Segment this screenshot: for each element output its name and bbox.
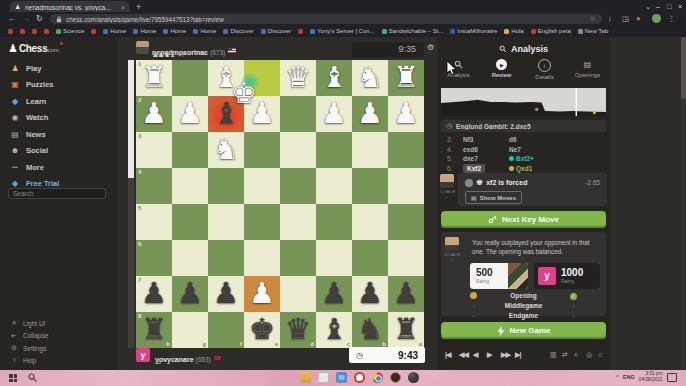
bookmark-label: Sandwichable – St... <box>389 28 444 34</box>
sidebar-item-social[interactable]: ☻Social <box>10 145 48 157</box>
social-icon: ☻ <box>10 146 20 155</box>
fast-back-button[interactable]: ◀◀ <box>459 351 468 359</box>
report-text: You really outplayed your opponent in th… <box>472 238 600 256</box>
black-phase-rating: - <box>554 312 594 319</box>
bookmark-item[interactable]: Home <box>103 28 126 34</box>
sidebar-footer-label: Light UI <box>23 320 45 327</box>
black-piece-h7: ♟ <box>136 276 172 311</box>
bottom-player-name[interactable]: yovycanare(653) <box>155 348 221 366</box>
maximize-button[interactable]: □ <box>667 2 672 11</box>
bookmark-item[interactable] <box>20 29 25 34</box>
bookmark-label: Science <box>63 28 84 34</box>
bookmark-item[interactable]: English peta <box>531 28 571 34</box>
info-icon: i <box>538 59 551 72</box>
sidebar-item-label: Learn <box>26 97 46 106</box>
black-phase-rating: ✓ <box>554 292 594 300</box>
square-a2[interactable]: ♟ <box>388 96 424 132</box>
tab-label: Details <box>523 74 566 80</box>
captured-piece-icon: ♝ <box>169 50 175 59</box>
bookmark-favicon <box>504 29 509 34</box>
white-phase-rating: - <box>454 302 494 309</box>
square-h3[interactable]: 3 <box>136 132 172 168</box>
square-b1[interactable]: ♞ <box>352 60 388 96</box>
square-g7[interactable]: ♟ <box>172 276 208 312</box>
white-move[interactable]: Kxf2 <box>463 164 509 173</box>
stats-icon[interactable]: ▥ <box>550 351 557 359</box>
coach-comment-card: ♚ xf2 is forced -2.65 ▤ Show Moves <box>458 173 607 206</box>
bookmark-item[interactable]: Home <box>193 28 216 34</box>
new-game-button[interactable]: New Game <box>441 322 606 339</box>
bookmark-favicon <box>8 29 13 34</box>
notification-badge <box>60 42 63 45</box>
square-a4[interactable] <box>388 168 424 204</box>
tab-label: Openings <box>566 72 609 78</box>
file-label: e <box>275 341 278 347</box>
tab-close-icon[interactable]: × <box>121 4 125 11</box>
move-row: 5.dxe7Bxf2+ <box>441 154 606 163</box>
go-start-button[interactable]: |◀ <box>445 351 450 359</box>
bottom-player-clock: ◷ 9:43 <box>349 347 425 363</box>
white-piece-b2: ♟ <box>352 96 388 131</box>
square-e6[interactable] <box>244 240 280 276</box>
white-piece-c1: ♝ <box>316 60 352 95</box>
scrollbar-thumb[interactable] <box>681 37 686 99</box>
square-a1[interactable]: ♜ <box>388 60 424 96</box>
white-king-piece: ♚ <box>226 76 262 111</box>
square-g5[interactable] <box>172 204 208 240</box>
play-icon: ▶ <box>496 59 507 70</box>
bookmark-item[interactable]: New Tab <box>578 28 608 34</box>
flip-board-icon[interactable]: ⇄ <box>562 351 568 359</box>
bookmark-item[interactable]: Yony's Server | Con... <box>310 28 375 34</box>
light-ui-icon: ☀ <box>10 319 18 327</box>
forward-button[interactable]: ▶ <box>487 351 491 359</box>
square-h7[interactable]: ♟7 <box>136 276 172 312</box>
sidebar-item-more[interactable]: •••More <box>10 161 44 173</box>
sidebar-item-watch[interactable]: ◉Watch <box>10 112 48 124</box>
square-a7[interactable]: ♟ <box>388 276 424 312</box>
bottom-player-avatar[interactable]: y <box>136 348 150 362</box>
close-button[interactable]: × <box>678 2 682 11</box>
rank-label: 1 <box>138 61 141 67</box>
kebab-menu-icon[interactable]: ⋮ <box>668 14 676 23</box>
square-a3[interactable] <box>388 132 424 168</box>
board-settings-gear-icon[interactable]: ⚙ <box>427 43 434 52</box>
phase-name: Opening <box>494 292 554 299</box>
magnifier-icon <box>499 45 507 53</box>
lightning-icon <box>497 326 505 336</box>
white-piece-a1: ♜ <box>388 60 424 95</box>
back-button[interactable]: ◀ <box>473 351 477 359</box>
bookmark-favicon <box>223 29 228 34</box>
bookmark-item[interactable] <box>44 29 49 34</box>
square-d6[interactable] <box>280 240 316 276</box>
sidebar-item-news[interactable]: ▤News <box>10 128 46 140</box>
move-number: 4. <box>441 146 463 153</box>
bookmark-item[interactable]: InstaMillionaire <box>450 28 497 34</box>
bookmark-label: Home <box>170 28 186 34</box>
flag-icon <box>228 48 236 53</box>
bookmark-favicon <box>133 29 138 34</box>
square-c3[interactable] <box>316 132 352 168</box>
bookmark-favicon <box>163 29 168 34</box>
logo-suffix: com <box>47 47 58 53</box>
rank-label: 2 <box>138 97 141 103</box>
square-g8[interactable]: g <box>172 312 208 348</box>
file-label: g <box>202 341 206 347</box>
bookmark-item[interactable]: Discover <box>261 28 291 34</box>
bookmark-label: Discover <box>268 28 291 34</box>
watch-icon: ◉ <box>10 113 20 122</box>
tab-label: Review <box>480 72 523 78</box>
bookmark-item[interactable]: Sandwichable – St... <box>382 28 444 34</box>
white-piece-f3: ♞ <box>208 132 244 167</box>
square-f8[interactable]: f <box>208 312 244 348</box>
sidebar-item-learn[interactable]: ◆Learn <box>10 95 46 107</box>
opening-book-icon: ◷ <box>446 122 452 130</box>
evaluation-graph[interactable] <box>441 88 606 116</box>
sidebar-item-label: News <box>26 130 46 139</box>
square-h4[interactable]: 4 <box>136 168 172 204</box>
evaluation-value: -2.65 <box>585 179 600 186</box>
square-a6[interactable] <box>388 240 424 276</box>
player-avatar: y <box>538 267 556 285</box>
notification-icon[interactable] <box>667 373 677 382</box>
evaluation-bar <box>128 60 134 348</box>
square-b2[interactable]: ♟ <box>352 96 388 132</box>
bookmark-item[interactable] <box>8 29 13 34</box>
minimize-button[interactable]: – <box>656 2 660 11</box>
square-g2[interactable]: ♟ <box>172 96 208 132</box>
black-move-text: Qxd1 <box>516 165 532 172</box>
move-number: 5. <box>441 155 463 162</box>
square-c5[interactable] <box>316 204 352 240</box>
start-button[interactable] <box>9 374 17 382</box>
sidebar-footer-settings[interactable]: ⚙Settings <box>10 343 47 353</box>
bookmark-item[interactable]: Home <box>133 28 156 34</box>
black-piece-g7: ♟ <box>172 276 208 311</box>
material-score: +7 <box>178 52 185 58</box>
tab-title: nenadmosorinac vs. yovyca... <box>25 4 118 11</box>
bookmark-favicon <box>193 29 198 34</box>
bookmark-label: Discover <box>230 28 253 34</box>
square-d3[interactable] <box>280 132 316 168</box>
tab-openings[interactable]: ▤Openings <box>566 59 609 78</box>
square-e5[interactable] <box>244 204 280 240</box>
white-piece-e7: ♟ <box>244 276 280 311</box>
sidebar-item-label: Watch <box>26 113 48 122</box>
bookmark-label: Home <box>200 28 216 34</box>
chess-board: ♜1♝♛♝♞♜♟2♟♝♟♟♟♟3♞456♟7♟♟♟♟♟♟♜8hgf♚e♛d♝c♞… <box>136 60 424 348</box>
tray-chevron-icon[interactable]: ^ <box>616 374 619 380</box>
new-tab-button[interactable]: + <box>136 2 141 12</box>
white-move-text: exd6 <box>463 146 478 153</box>
taskbar-search-icon[interactable] <box>28 373 37 382</box>
taskbar-app-file-explorer[interactable] <box>300 372 311 383</box>
black-piece-f7: ♟ <box>208 276 244 311</box>
bookmark-label: InstaMillionaire <box>457 28 497 34</box>
phase-name: Endgame <box>494 312 554 319</box>
square-c8[interactable]: ♝c <box>316 312 352 348</box>
system-tray[interactable]: ^ ENG 3:51 pm 04/08/2021 <box>616 371 677 383</box>
square-e7[interactable]: ♟ <box>244 276 280 312</box>
fast-forward-button[interactable]: ▶▶ <box>501 351 510 359</box>
coach-avatar[interactable]: COACH ⌄ <box>445 237 459 262</box>
white-piece-h2: ♟ <box>136 96 172 131</box>
square-f3[interactable]: ♞ <box>208 132 244 168</box>
sidebar-footer-label: Collapse <box>23 332 48 339</box>
square-h8[interactable]: ♜8h <box>136 312 172 348</box>
square-h1[interactable]: ♜1 <box>136 60 172 96</box>
next-key-move-button[interactable]: Next Key Move <box>441 211 606 228</box>
check-rating-icon: ✓ <box>570 293 577 300</box>
square-e8[interactable]: ♚e <box>244 312 280 348</box>
mouse-cursor <box>446 61 457 76</box>
play-icon: ♟ <box>10 64 20 73</box>
sidebar-footer-light-ui[interactable]: ☀Light UI <box>10 318 45 328</box>
black-player-rating-card: y 1000 Rating <box>534 263 600 289</box>
black-move[interactable]: Ne7 <box>509 146 521 153</box>
sidebar-footer-collapse[interactable]: ⇤Collapse <box>10 331 48 341</box>
square-c6[interactable] <box>316 240 352 276</box>
square-g6[interactable] <box>172 240 208 276</box>
square-g1[interactable] <box>172 60 208 96</box>
square-e3[interactable] <box>244 132 280 168</box>
screen: { "game": "chess", "position": { "fen": … <box>0 0 686 386</box>
sidebar-item-label: Play <box>26 64 41 73</box>
move-classification-icon <box>509 166 514 171</box>
taskbar-app-mail[interactable]: ✉ <box>336 372 347 383</box>
square-a8[interactable]: ♜a <box>388 312 424 348</box>
sidebar-item-free-trial[interactable]: ◆Free Trial <box>10 178 59 190</box>
sidebar-footer-help[interactable]: ?Help <box>10 356 36 366</box>
sidebar-item-label: Social <box>26 146 48 155</box>
help-icon: ? <box>10 357 18 364</box>
square-f5[interactable] <box>208 204 244 240</box>
share-icon[interactable]: < <box>574 351 578 358</box>
phase-row-endgame: -Endgame- <box>441 311 606 320</box>
square-g3[interactable] <box>172 132 208 168</box>
home-icon[interactable]: ⌂ <box>598 351 602 358</box>
square-h6[interactable]: 6 <box>136 240 172 276</box>
puzzles-icon: ▣ <box>10 80 20 89</box>
square-b4[interactable] <box>352 168 388 204</box>
sidebar-item-play[interactable]: ♟Play <box>10 62 41 74</box>
square-d8[interactable]: ♛d <box>280 312 316 348</box>
bookmark-favicon <box>310 29 315 34</box>
square-d1[interactable]: ♛ <box>280 60 316 96</box>
square-e4[interactable] <box>244 168 280 204</box>
white-move[interactable]: exd6 <box>463 146 509 153</box>
go-end-button[interactable]: ▶| <box>515 351 520 359</box>
square-c1[interactable]: ♝ <box>316 60 352 96</box>
opening-name-row[interactable]: ◷ Englund Gambit: 2.dxe5 <box>441 120 606 132</box>
bookmark-favicon <box>450 29 455 34</box>
move-row: 4.exd6Ne7 <box>441 145 606 154</box>
bookmark-favicon <box>56 29 61 34</box>
square-h5[interactable]: 5 <box>136 204 172 240</box>
rank-label: 5 <box>138 205 141 211</box>
phase-name: Middlegame <box>494 302 554 309</box>
logo-pawn-icon: ♟ <box>8 42 18 55</box>
taskbar-app-opera[interactable] <box>354 372 365 383</box>
move-row: 6.Kxf2Qxd1 <box>441 164 606 173</box>
bookmark-item[interactable]: Discover <box>223 28 253 34</box>
language-indicator[interactable]: ENG <box>623 374 635 380</box>
square-c4[interactable] <box>316 168 352 204</box>
forward-button[interactable]: → <box>22 14 30 23</box>
bookmark-favicon <box>298 29 303 34</box>
bookmark-favicon <box>44 29 49 34</box>
news-icon: ▤ <box>10 130 20 139</box>
opponent-avatar <box>508 263 528 289</box>
rank-label: 4 <box>138 169 141 175</box>
black-move[interactable]: Qxd1 <box>509 165 532 172</box>
rank-label: 6 <box>138 241 141 247</box>
move-number: 6. <box>441 165 463 172</box>
free-trial-icon: ◆ <box>10 179 20 188</box>
king-piece-icon: ♚ <box>476 178 483 187</box>
white-piece-b1: ♞ <box>352 60 388 95</box>
sidebar-item-puzzles[interactable]: ▣Puzzles <box>10 79 54 91</box>
bookmark-item[interactable]: Science <box>56 28 84 34</box>
move-row: 3.Nf3d6 <box>441 135 606 144</box>
white-piece-h1: ♜ <box>136 60 172 95</box>
extension-icon[interactable]: ◳ <box>622 14 629 23</box>
bookmark-item[interactable]: Home <box>163 28 186 34</box>
rank-label: 3 <box>138 133 141 139</box>
collapse-icon: ⇤ <box>10 332 18 340</box>
key-icon <box>488 215 497 224</box>
white-piece-g2: ♟ <box>172 96 208 131</box>
square-b6[interactable] <box>352 240 388 276</box>
black-piece-c7: ♟ <box>316 276 352 311</box>
square-h2[interactable]: ♟2 <box>136 96 172 132</box>
tab-analysis[interactable]: Analysis <box>437 59 480 78</box>
address-bar[interactable]: chess.com/analysis/game/live/79559447513… <box>50 14 602 24</box>
square-d7[interactable] <box>280 276 316 312</box>
bookmark-favicon <box>32 29 37 34</box>
show-moves-button[interactable]: ▤ Show Moves <box>465 191 522 204</box>
square-c7[interactable]: ♟ <box>316 276 352 312</box>
rank-label: 8 <box>138 313 141 319</box>
back-button[interactable]: ← <box>8 14 16 23</box>
chesscom-logo[interactable]: ♟ Chess com <box>8 42 63 55</box>
window-menu-icon[interactable]: ⌄ <box>645 2 651 11</box>
browser-profile-avatar[interactable] <box>652 14 661 23</box>
tab-details[interactable]: iDetails <box>523 59 566 80</box>
bookmark-favicon <box>531 29 536 34</box>
bookmark-label: Home <box>140 28 156 34</box>
square-d2[interactable] <box>280 96 316 132</box>
reload-button[interactable]: ↻ <box>36 14 43 23</box>
white-move-text: Kxf2 <box>463 164 485 173</box>
white-piece-a2: ♟ <box>388 96 424 131</box>
square-d4[interactable] <box>280 168 316 204</box>
top-player-clock: 9:35 <box>352 42 424 57</box>
coach-avatar[interactable]: COACH ⌄ <box>440 174 454 199</box>
animating-white-king: ♚ <box>226 76 262 112</box>
square-g4[interactable] <box>172 168 208 204</box>
file-label: h <box>166 341 170 347</box>
sidebar-item-label: More <box>26 163 44 172</box>
bookmark-star-icon[interactable]: ☆ <box>590 15 596 23</box>
bookmark-favicon <box>261 29 266 34</box>
top-player-avatar[interactable] <box>136 41 149 54</box>
bookmark-favicon <box>103 29 108 34</box>
rank-label: 7 <box>138 277 141 283</box>
square-b8[interactable]: ♞b <box>352 312 388 348</box>
square-f7[interactable]: ♟ <box>208 276 244 312</box>
download-icon[interactable]: ↓ <box>608 14 612 23</box>
black-piece-b7: ♟ <box>352 276 388 311</box>
taskbar-app-chrome[interactable] <box>372 372 383 383</box>
learn-icon: ◆ <box>10 97 20 106</box>
square-a5[interactable] <box>388 204 424 240</box>
phase-row-middlegame: -Middlegame- <box>441 301 606 310</box>
square-d5[interactable] <box>280 204 316 240</box>
square-c2[interactable]: ♟ <box>316 96 352 132</box>
taskbar-app-alarms[interactable] <box>390 372 401 383</box>
search-input[interactable] <box>8 188 106 199</box>
square-f4[interactable] <box>208 168 244 204</box>
gold-rating-icon <box>470 292 477 299</box>
bookmark-item[interactable] <box>32 29 37 34</box>
extension-red-icon[interactable]: ● <box>636 14 641 23</box>
book-icon: ▤ <box>582 59 593 70</box>
show-moves-icon: ▤ <box>471 194 477 201</box>
square-b5[interactable] <box>352 204 388 240</box>
square-b7[interactable]: ♟ <box>352 276 388 312</box>
black-move-text: Ne7 <box>509 146 521 153</box>
square-f6[interactable] <box>208 240 244 276</box>
black-phase-rating: - <box>554 302 594 309</box>
white-move[interactable]: Nf3 <box>463 136 509 143</box>
white-player-rating-card: 500 Rating <box>470 263 528 289</box>
forced-move-icon <box>465 179 473 187</box>
settings-circle-icon[interactable]: ◎ <box>586 351 592 359</box>
file-label: d <box>310 341 314 347</box>
taskbar-app-photos[interactable] <box>318 372 329 383</box>
flag-icon <box>214 356 221 361</box>
more-icon: ••• <box>10 164 20 170</box>
bookmarks-bar: ScienceHomeHomeHomeHomeDiscoverDiscoverY… <box>0 25 686 37</box>
square-b3[interactable] <box>352 132 388 168</box>
tab-review[interactable]: ▶Review <box>480 59 523 78</box>
black-move[interactable]: d6 <box>509 136 517 143</box>
settings-icon: ⚙ <box>10 344 18 352</box>
white-move-text: Nf3 <box>463 136 473 143</box>
sidebar-footer-label: Help <box>23 357 36 364</box>
bookmark-item[interactable] <box>298 29 303 34</box>
bookmark-label: Hola <box>511 28 523 34</box>
bookmark-item[interactable]: Hola <box>504 28 523 34</box>
captured-piece-icon: ♙ <box>155 357 161 366</box>
sidebar-footer-label: Settings <box>23 345 47 352</box>
tab-favicon: ♟ <box>15 4 22 11</box>
move-classification-icon <box>509 156 514 161</box>
black-move[interactable]: Bxf2+ <box>509 155 534 162</box>
taskbar-app-dark-app[interactable] <box>408 372 419 383</box>
white-phase-rating <box>454 292 494 300</box>
clock-date[interactable]: 3:51 pm 04/08/2021 <box>639 371 663 383</box>
panel-title: Analysis <box>437 44 610 54</box>
file-label: f <box>240 341 242 347</box>
white-move[interactable]: dxe7 <box>463 155 509 162</box>
bookmark-item[interactable] <box>91 29 96 34</box>
white-piece-d1: ♛ <box>280 60 316 95</box>
clock-icon: ◷ <box>356 351 363 360</box>
